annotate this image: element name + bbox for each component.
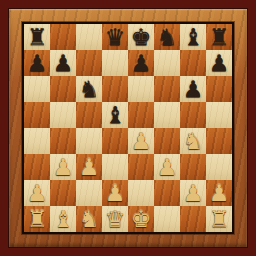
square-f6[interactable]	[154, 76, 180, 102]
piece-black-bishop-g8[interactable]: ♝	[180, 24, 206, 50]
square-e6[interactable]	[128, 76, 154, 102]
square-g5[interactable]	[180, 102, 206, 128]
square-g3[interactable]	[180, 154, 206, 180]
square-c2[interactable]	[76, 180, 102, 206]
square-d2[interactable]: ♟	[102, 180, 128, 206]
piece-white-knight-c1[interactable]: ♞	[76, 206, 102, 232]
square-h4[interactable]	[206, 128, 232, 154]
square-c1[interactable]: ♞	[76, 206, 102, 232]
square-b2[interactable]	[50, 180, 76, 206]
square-a2[interactable]: ♟	[24, 180, 50, 206]
square-h3[interactable]	[206, 154, 232, 180]
square-d8[interactable]: ♛	[102, 24, 128, 50]
square-h6[interactable]	[206, 76, 232, 102]
square-g4[interactable]: ♞	[180, 128, 206, 154]
square-b3[interactable]: ♟	[50, 154, 76, 180]
piece-black-rook-a8[interactable]: ♜	[24, 24, 50, 50]
piece-white-pawn-a2[interactable]: ♟	[24, 180, 50, 206]
square-f8[interactable]: ♞	[154, 24, 180, 50]
square-b1[interactable]: ♝	[50, 206, 76, 232]
piece-black-queen-d8[interactable]: ♛	[102, 24, 128, 50]
square-d4[interactable]	[102, 128, 128, 154]
square-c7[interactable]	[76, 50, 102, 76]
square-a3[interactable]	[24, 154, 50, 180]
square-e3[interactable]	[128, 154, 154, 180]
square-h5[interactable]	[206, 102, 232, 128]
square-a5[interactable]	[24, 102, 50, 128]
square-h2[interactable]: ♟	[206, 180, 232, 206]
piece-white-pawn-b3[interactable]: ♟	[50, 154, 76, 180]
square-c6[interactable]: ♞	[76, 76, 102, 102]
square-f4[interactable]	[154, 128, 180, 154]
square-e1[interactable]: ♚	[128, 206, 154, 232]
square-d5[interactable]: ♝	[102, 102, 128, 128]
square-b5[interactable]	[50, 102, 76, 128]
piece-black-pawn-b7[interactable]: ♟	[50, 50, 76, 76]
square-b4[interactable]	[50, 128, 76, 154]
piece-black-pawn-e7[interactable]: ♟	[128, 50, 154, 76]
piece-black-rook-h8[interactable]: ♜	[206, 24, 232, 50]
piece-white-pawn-g2[interactable]: ♟	[180, 180, 206, 206]
square-b8[interactable]	[50, 24, 76, 50]
piece-black-knight-c6[interactable]: ♞	[76, 76, 102, 102]
square-g7[interactable]	[180, 50, 206, 76]
square-e7[interactable]: ♟	[128, 50, 154, 76]
board-grid: ♜♛♚♞♝♜♟♟♟♟♞♟♝♟♞♟♟♟♟♟♟♟♜♝♞♛♚♜	[22, 22, 234, 234]
piece-black-bishop-d5[interactable]: ♝	[102, 102, 128, 128]
square-f5[interactable]	[154, 102, 180, 128]
square-f3[interactable]: ♟	[154, 154, 180, 180]
square-a6[interactable]	[24, 76, 50, 102]
piece-white-queen-d1[interactable]: ♛	[102, 206, 128, 232]
piece-white-pawn-e4[interactable]: ♟	[128, 128, 154, 154]
square-g1[interactable]	[180, 206, 206, 232]
square-h8[interactable]: ♜	[206, 24, 232, 50]
piece-white-bishop-b1[interactable]: ♝	[50, 206, 76, 232]
square-f2[interactable]	[154, 180, 180, 206]
square-d7[interactable]	[102, 50, 128, 76]
square-h1[interactable]: ♜	[206, 206, 232, 232]
piece-white-king-e1[interactable]: ♚	[128, 206, 154, 232]
piece-black-pawn-a7[interactable]: ♟	[24, 50, 50, 76]
square-g8[interactable]: ♝	[180, 24, 206, 50]
square-f7[interactable]	[154, 50, 180, 76]
square-a4[interactable]	[24, 128, 50, 154]
piece-white-pawn-d2[interactable]: ♟	[102, 180, 128, 206]
square-d1[interactable]: ♛	[102, 206, 128, 232]
piece-black-pawn-h7[interactable]: ♟	[206, 50, 232, 76]
square-g6[interactable]: ♟	[180, 76, 206, 102]
square-d3[interactable]	[102, 154, 128, 180]
piece-white-pawn-h2[interactable]: ♟	[206, 180, 232, 206]
square-a1[interactable]: ♜	[24, 206, 50, 232]
chess-app-screen: ♜♛♚♞♝♜♟♟♟♟♞♟♝♟♞♟♟♟♟♟♟♟♜♝♞♛♚♜	[0, 0, 256, 256]
piece-white-rook-h1[interactable]: ♜	[206, 206, 232, 232]
square-f1[interactable]	[154, 206, 180, 232]
piece-white-pawn-c3[interactable]: ♟	[76, 154, 102, 180]
square-a7[interactable]: ♟	[24, 50, 50, 76]
square-a8[interactable]: ♜	[24, 24, 50, 50]
square-g2[interactable]: ♟	[180, 180, 206, 206]
piece-white-knight-g4[interactable]: ♞	[180, 128, 206, 154]
square-c8[interactable]	[76, 24, 102, 50]
square-e8[interactable]: ♚	[128, 24, 154, 50]
square-d6[interactable]	[102, 76, 128, 102]
square-b7[interactable]: ♟	[50, 50, 76, 76]
square-e2[interactable]	[128, 180, 154, 206]
square-b6[interactable]	[50, 76, 76, 102]
square-c3[interactable]: ♟	[76, 154, 102, 180]
square-h7[interactable]: ♟	[206, 50, 232, 76]
square-c4[interactable]	[76, 128, 102, 154]
square-e4[interactable]: ♟	[128, 128, 154, 154]
piece-black-king-e8[interactable]: ♚	[128, 24, 154, 50]
piece-black-knight-f8[interactable]: ♞	[154, 24, 180, 50]
piece-black-pawn-g6[interactable]: ♟	[180, 76, 206, 102]
square-e5[interactable]	[128, 102, 154, 128]
piece-white-rook-a1[interactable]: ♜	[24, 206, 50, 232]
piece-white-pawn-f3[interactable]: ♟	[154, 154, 180, 180]
square-c5[interactable]	[76, 102, 102, 128]
